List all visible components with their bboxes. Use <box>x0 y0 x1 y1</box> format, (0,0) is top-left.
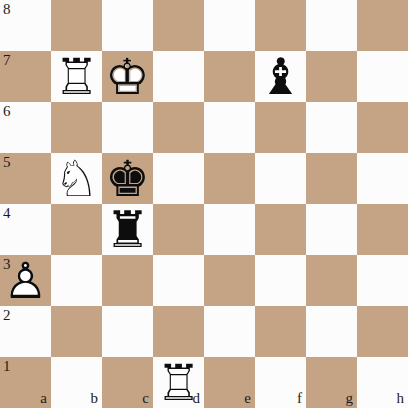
square-c4[interactable]: ♜ <box>102 204 153 255</box>
piece-fill-layer: ♜ <box>51 51 102 102</box>
piece-outline-layer: ♖ <box>51 51 102 102</box>
square-e7[interactable] <box>204 51 255 102</box>
square-e1[interactable]: e <box>204 357 255 408</box>
square-b7[interactable]: ♜♖ <box>51 51 102 102</box>
square-g6[interactable] <box>306 102 357 153</box>
square-d3[interactable] <box>153 255 204 306</box>
square-f2[interactable] <box>255 306 306 357</box>
square-g3[interactable] <box>306 255 357 306</box>
square-c3[interactable] <box>102 255 153 306</box>
square-a6[interactable]: 6 <box>0 102 51 153</box>
square-b2[interactable] <box>51 306 102 357</box>
square-e6[interactable] <box>204 102 255 153</box>
square-e4[interactable] <box>204 204 255 255</box>
square-a2[interactable]: 2 <box>0 306 51 357</box>
square-f6[interactable] <box>255 102 306 153</box>
square-h8[interactable] <box>357 0 408 51</box>
piece-outline-layer: ♖ <box>153 357 204 408</box>
square-h3[interactable] <box>357 255 408 306</box>
piece-outline-layer: ♙ <box>0 255 51 306</box>
square-h6[interactable] <box>357 102 408 153</box>
square-c7[interactable]: ♚♔ <box>102 51 153 102</box>
square-f8[interactable] <box>255 0 306 51</box>
square-a5[interactable]: 5 <box>0 153 51 204</box>
square-a8[interactable]: 8 <box>0 0 51 51</box>
square-e5[interactable] <box>204 153 255 204</box>
rank-label-7: 7 <box>3 53 11 68</box>
square-d5[interactable] <box>153 153 204 204</box>
rank-label-4: 4 <box>3 206 11 221</box>
square-b1[interactable]: b <box>51 357 102 408</box>
square-h7[interactable] <box>357 51 408 102</box>
file-label-h: h <box>397 391 405 406</box>
square-a7[interactable]: 7 <box>0 51 51 102</box>
square-e3[interactable] <box>204 255 255 306</box>
square-h2[interactable] <box>357 306 408 357</box>
square-h4[interactable] <box>357 204 408 255</box>
piece-glyph: ♚ <box>102 153 153 204</box>
square-f1[interactable]: f <box>255 357 306 408</box>
piece-fill-layer: ♚ <box>102 51 153 102</box>
rank-label-6: 6 <box>3 104 11 119</box>
square-b4[interactable] <box>51 204 102 255</box>
square-d6[interactable] <box>153 102 204 153</box>
piece-outline-layer: ♘ <box>51 153 102 204</box>
file-label-e: e <box>244 391 251 406</box>
square-b6[interactable] <box>51 102 102 153</box>
square-f5[interactable] <box>255 153 306 204</box>
file-label-c: c <box>142 391 149 406</box>
square-d8[interactable] <box>153 0 204 51</box>
square-c6[interactable] <box>102 102 153 153</box>
piece-fill-layer: ♜ <box>153 357 204 408</box>
piece-glyph: ♜ <box>102 204 153 255</box>
square-b8[interactable] <box>51 0 102 51</box>
rank-label-2: 2 <box>3 308 11 323</box>
white-knight[interactable]: ♞♘ <box>51 153 102 204</box>
square-f7[interactable]: ♝ <box>255 51 306 102</box>
piece-glyph: ♝ <box>255 51 306 102</box>
square-e2[interactable] <box>204 306 255 357</box>
square-g2[interactable] <box>306 306 357 357</box>
square-d2[interactable] <box>153 306 204 357</box>
square-d7[interactable] <box>153 51 204 102</box>
black-rook[interactable]: ♜ <box>102 204 153 255</box>
square-g4[interactable] <box>306 204 357 255</box>
white-pawn[interactable]: ♟♙ <box>0 255 51 306</box>
file-label-b: b <box>91 391 99 406</box>
square-e8[interactable] <box>204 0 255 51</box>
black-bishop[interactable]: ♝ <box>255 51 306 102</box>
square-g8[interactable] <box>306 0 357 51</box>
rank-label-1: 1 <box>3 359 11 374</box>
square-a1[interactable]: 1a <box>0 357 51 408</box>
square-b5[interactable]: ♞♘ <box>51 153 102 204</box>
piece-outline-layer: ♔ <box>102 51 153 102</box>
rank-label-5: 5 <box>3 155 11 170</box>
square-a3[interactable]: ♟♙3 <box>0 255 51 306</box>
square-h5[interactable] <box>357 153 408 204</box>
white-rook[interactable]: ♜♖ <box>51 51 102 102</box>
file-label-g: g <box>346 391 354 406</box>
square-c8[interactable] <box>102 0 153 51</box>
square-c2[interactable] <box>102 306 153 357</box>
square-g1[interactable]: g <box>306 357 357 408</box>
square-f3[interactable] <box>255 255 306 306</box>
file-label-f: f <box>297 391 302 406</box>
black-king[interactable]: ♚ <box>102 153 153 204</box>
piece-fill-layer: ♞ <box>51 153 102 204</box>
white-king[interactable]: ♚♔ <box>102 51 153 102</box>
file-label-a: a <box>40 391 47 406</box>
square-d1[interactable]: ♜♖d <box>153 357 204 408</box>
piece-fill-layer: ♟ <box>0 255 51 306</box>
square-c1[interactable]: c <box>102 357 153 408</box>
square-f4[interactable] <box>255 204 306 255</box>
square-g7[interactable] <box>306 51 357 102</box>
square-c5[interactable]: ♚ <box>102 153 153 204</box>
square-a4[interactable]: 4 <box>0 204 51 255</box>
chess-board: 87♜♖♚♔♝65♞♘♚4♜♟♙321abc♜♖defgh <box>0 0 408 408</box>
white-rook[interactable]: ♜♖ <box>153 357 204 408</box>
square-b3[interactable] <box>51 255 102 306</box>
square-h1[interactable]: h <box>357 357 408 408</box>
rank-label-8: 8 <box>3 2 11 17</box>
square-g5[interactable] <box>306 153 357 204</box>
square-d4[interactable] <box>153 204 204 255</box>
